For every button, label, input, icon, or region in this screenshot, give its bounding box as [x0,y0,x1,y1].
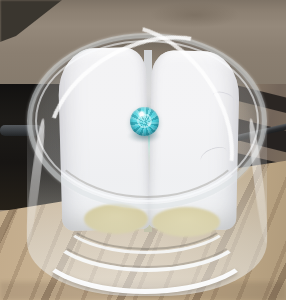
wood-grain-smudge [150,2,240,28]
gemstone-photo [0,0,286,300]
